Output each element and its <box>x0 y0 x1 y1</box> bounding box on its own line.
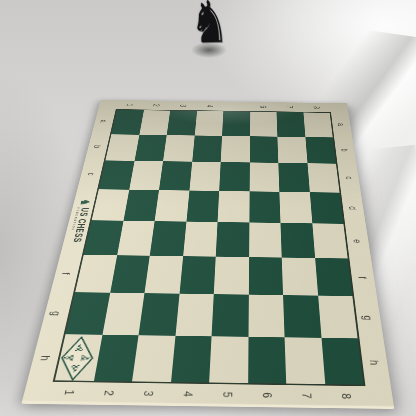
square-c5 <box>219 162 249 191</box>
coord-label: f <box>356 276 369 278</box>
square-f3 <box>144 255 182 293</box>
square-a2 <box>139 110 170 135</box>
coord-label: g <box>361 315 375 320</box>
square-h2 <box>93 334 138 381</box>
coord-label: 8 <box>312 106 322 109</box>
square-b5 <box>221 136 250 163</box>
coord-label: e <box>351 239 364 243</box>
coord-label: c <box>85 172 97 175</box>
square-e6 <box>249 222 282 257</box>
square-f4 <box>179 256 216 294</box>
coord-label: b <box>92 145 103 148</box>
square-e2 <box>117 221 155 256</box>
square-g5 <box>212 294 249 336</box>
coord-label: 4 <box>205 105 215 108</box>
square-c4 <box>189 162 221 191</box>
square-a4 <box>194 111 223 136</box>
square-g8 <box>318 296 358 338</box>
square-c7 <box>278 163 309 192</box>
coord-label: 3 <box>141 390 156 396</box>
pawn-icon: ♟ <box>72 342 86 352</box>
pawn-icon: ♟ <box>61 353 77 362</box>
pawn-icon: ♟ <box>68 363 82 374</box>
coord-label: d <box>347 206 359 210</box>
coord-label: 5 <box>221 391 236 397</box>
vinyl-board-surface: 12345678 12345678 abcfgh abcdefgh ♞ US C… <box>22 100 394 407</box>
square-g7 <box>283 295 321 337</box>
square-f2 <box>110 255 150 293</box>
square-h4 <box>171 335 212 382</box>
square-c6 <box>249 162 279 191</box>
coord-label: 3 <box>178 104 188 107</box>
coord-label: a <box>336 123 347 126</box>
square-c3 <box>159 161 192 190</box>
square-d4 <box>186 190 219 222</box>
square-a5 <box>222 111 250 136</box>
square-c8 <box>307 163 339 192</box>
square-e4 <box>183 222 218 257</box>
square-b4 <box>192 135 222 162</box>
square-g6 <box>248 295 284 337</box>
square-e8 <box>312 223 348 258</box>
pawn-icon: ♟ <box>77 354 93 363</box>
square-b6 <box>250 136 279 163</box>
photo-scene: 12345678 12345678 abcfgh abcdefgh ♞ US C… <box>0 0 416 416</box>
coord-label: 2 <box>102 390 118 396</box>
square-b7 <box>277 136 307 163</box>
square-a6 <box>250 112 278 137</box>
square-c2 <box>129 161 163 190</box>
square-d2 <box>123 189 159 221</box>
square-a7 <box>277 112 306 137</box>
coord-label: 6 <box>260 392 275 398</box>
square-d8 <box>309 192 343 224</box>
black-knight: ♞ <box>190 0 226 53</box>
square-e3 <box>150 221 186 256</box>
square-f5 <box>214 256 249 294</box>
square-h5 <box>209 336 248 383</box>
square-b3 <box>163 135 194 162</box>
square-h8 <box>321 337 363 384</box>
square-f6 <box>248 257 283 295</box>
coord-label: 1 <box>62 389 78 395</box>
square-h3 <box>132 335 175 382</box>
square-f8 <box>315 258 353 296</box>
square-d3 <box>155 190 189 222</box>
coord-label: g <box>49 311 64 316</box>
uschess-knight-icon: ♞ <box>78 199 92 206</box>
square-g2 <box>102 293 144 335</box>
square-d6 <box>249 191 280 223</box>
coord-label: h <box>367 359 382 364</box>
chess-board: 12345678 12345678 abcfgh abcdefgh ♞ US C… <box>22 0 416 407</box>
square-b2 <box>134 135 167 162</box>
square-e5 <box>216 222 249 257</box>
square-g3 <box>139 293 180 335</box>
square-h6 <box>248 336 287 383</box>
square-f7 <box>282 257 318 295</box>
coord-label: f <box>60 272 73 274</box>
square-a8 <box>303 112 333 137</box>
coord-label: 1 <box>125 103 136 106</box>
coord-label: 4 <box>181 391 196 397</box>
coord-label: 7 <box>285 106 295 109</box>
coord-label: 7 <box>300 392 315 398</box>
square-h7 <box>285 337 325 384</box>
coord-label: 6 <box>259 105 269 108</box>
square-d7 <box>279 192 312 224</box>
coord-label: 2 <box>152 104 162 107</box>
coord-label: b <box>339 148 350 151</box>
coord-label: 8 <box>339 393 354 399</box>
square-e7 <box>280 223 314 258</box>
square-g4 <box>175 294 214 336</box>
coord-label: c <box>343 176 355 179</box>
coord-label: h <box>38 355 54 360</box>
coord-label: a <box>99 120 110 123</box>
square-b8 <box>305 137 336 164</box>
square-a3 <box>167 111 197 136</box>
square-d5 <box>218 191 250 223</box>
